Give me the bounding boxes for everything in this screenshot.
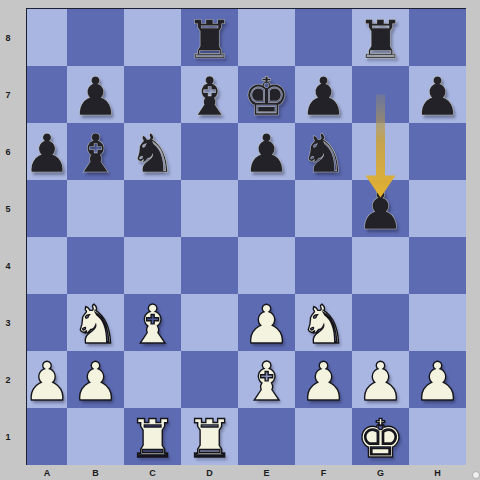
square-f2[interactable]: ♟ xyxy=(295,351,352,408)
square-h5[interactable] xyxy=(409,180,466,237)
piece-black-pawn[interactable]: ♟ xyxy=(243,127,291,180)
piece-white-knight[interactable]: ♞ xyxy=(72,298,120,351)
square-e6[interactable]: ♟ xyxy=(238,123,295,180)
square-f4[interactable] xyxy=(295,237,352,294)
square-e8[interactable] xyxy=(238,9,295,66)
piece-black-pawn[interactable]: ♟ xyxy=(300,70,348,123)
square-a4[interactable] xyxy=(27,237,67,294)
square-f3[interactable]: ♞ xyxy=(295,294,352,351)
square-g6[interactable] xyxy=(352,123,409,180)
square-g5[interactable]: ♟ xyxy=(352,180,409,237)
piece-white-knight[interactable]: ♞ xyxy=(300,298,348,351)
chess-board: ♜♜♟♝♚♟♟♟♝♞♟♞♟♞♝♟♞♟♟♝♟♟♟♜♜♚ xyxy=(26,8,466,465)
square-h4[interactable] xyxy=(409,237,466,294)
piece-black-knight[interactable]: ♞ xyxy=(300,127,348,180)
square-f1[interactable] xyxy=(295,408,352,465)
square-h1[interactable] xyxy=(409,408,466,465)
piece-white-pawn[interactable]: ♟ xyxy=(357,355,405,408)
square-c5[interactable] xyxy=(124,180,181,237)
piece-black-pawn[interactable]: ♟ xyxy=(357,184,405,237)
square-c1[interactable]: ♜ xyxy=(124,408,181,465)
square-f8[interactable] xyxy=(295,9,352,66)
square-c8[interactable] xyxy=(124,9,181,66)
square-h7[interactable]: ♟ xyxy=(409,66,466,123)
piece-black-bishop[interactable]: ♝ xyxy=(72,127,120,180)
piece-black-knight[interactable]: ♞ xyxy=(129,127,177,180)
square-b5[interactable] xyxy=(67,180,124,237)
piece-white-rook[interactable]: ♜ xyxy=(129,412,177,465)
rank-label-5: 5 xyxy=(5,204,10,213)
square-h8[interactable] xyxy=(409,9,466,66)
chess-gui: ♜♜♟♝♚♟♟♟♝♞♟♞♟♞♝♟♞♟♟♝♟♟♟♜♜♚ 87654321ABCDE… xyxy=(0,0,480,480)
square-d3[interactable] xyxy=(181,294,238,351)
piece-white-pawn[interactable]: ♟ xyxy=(72,355,120,408)
square-g4[interactable] xyxy=(352,237,409,294)
square-d5[interactable] xyxy=(181,180,238,237)
square-c3[interactable]: ♝ xyxy=(124,294,181,351)
rank-label-6: 6 xyxy=(5,147,10,156)
square-c6[interactable]: ♞ xyxy=(124,123,181,180)
rank-label-2: 2 xyxy=(5,375,10,384)
square-c7[interactable] xyxy=(124,66,181,123)
square-f6[interactable]: ♞ xyxy=(295,123,352,180)
square-a1[interactable] xyxy=(27,408,67,465)
piece-white-pawn[interactable]: ♟ xyxy=(300,355,348,408)
square-d8[interactable]: ♜ xyxy=(181,9,238,66)
square-f7[interactable]: ♟ xyxy=(295,66,352,123)
rank-label-8: 8 xyxy=(5,33,10,42)
square-f5[interactable] xyxy=(295,180,352,237)
square-d1[interactable]: ♜ xyxy=(181,408,238,465)
piece-white-king[interactable]: ♚ xyxy=(357,412,405,465)
square-b8[interactable] xyxy=(67,9,124,66)
piece-black-king[interactable]: ♚ xyxy=(243,70,291,123)
square-d2[interactable] xyxy=(181,351,238,408)
square-h2[interactable]: ♟ xyxy=(409,351,466,408)
file-label-a: A xyxy=(44,469,51,478)
square-b3[interactable]: ♞ xyxy=(67,294,124,351)
square-a7[interactable] xyxy=(27,66,67,123)
square-e3[interactable]: ♟ xyxy=(238,294,295,351)
file-label-d: D xyxy=(206,469,213,478)
piece-white-pawn[interactable]: ♟ xyxy=(23,355,71,408)
square-d7[interactable]: ♝ xyxy=(181,66,238,123)
rank-label-3: 3 xyxy=(5,318,10,327)
square-g1[interactable]: ♚ xyxy=(352,408,409,465)
file-label-c: C xyxy=(149,469,156,478)
square-b6[interactable]: ♝ xyxy=(67,123,124,180)
square-a5[interactable] xyxy=(27,180,67,237)
square-g7[interactable] xyxy=(352,66,409,123)
rank-label-1: 1 xyxy=(5,432,10,441)
square-g2[interactable]: ♟ xyxy=(352,351,409,408)
piece-white-pawn[interactable]: ♟ xyxy=(414,355,462,408)
square-h6[interactable] xyxy=(409,123,466,180)
file-label-f: F xyxy=(321,469,327,478)
square-g3[interactable] xyxy=(352,294,409,351)
square-b4[interactable] xyxy=(67,237,124,294)
piece-black-bishop[interactable]: ♝ xyxy=(186,70,234,123)
piece-black-pawn[interactable]: ♟ xyxy=(23,127,71,180)
square-e2[interactable]: ♝ xyxy=(238,351,295,408)
piece-black-pawn[interactable]: ♟ xyxy=(414,70,462,123)
square-a8[interactable] xyxy=(27,9,67,66)
rank-label-7: 7 xyxy=(5,90,10,99)
file-label-h: H xyxy=(434,469,441,478)
piece-white-bishop[interactable]: ♝ xyxy=(243,355,291,408)
file-label-b: B xyxy=(92,469,99,478)
piece-white-rook[interactable]: ♜ xyxy=(186,412,234,465)
piece-white-pawn[interactable]: ♟ xyxy=(243,298,291,351)
square-e1[interactable] xyxy=(238,408,295,465)
square-e5[interactable] xyxy=(238,180,295,237)
square-d6[interactable] xyxy=(181,123,238,180)
rank-label-4: 4 xyxy=(5,261,10,270)
square-h3[interactable] xyxy=(409,294,466,351)
file-label-e: E xyxy=(263,469,269,478)
square-a2[interactable]: ♟ xyxy=(27,351,67,408)
piece-black-rook[interactable]: ♜ xyxy=(357,13,405,66)
square-a6[interactable]: ♟ xyxy=(27,123,67,180)
square-e7[interactable]: ♚ xyxy=(238,66,295,123)
square-e4[interactable] xyxy=(238,237,295,294)
square-g8[interactable]: ♜ xyxy=(352,9,409,66)
square-b2[interactable]: ♟ xyxy=(67,351,124,408)
square-d4[interactable] xyxy=(181,237,238,294)
square-a3[interactable] xyxy=(27,294,67,351)
piece-black-pawn[interactable]: ♟ xyxy=(72,70,120,123)
corner-dot-icon xyxy=(472,471,480,479)
square-c2[interactable] xyxy=(124,351,181,408)
piece-white-bishop[interactable]: ♝ xyxy=(129,298,177,351)
square-c4[interactable] xyxy=(124,237,181,294)
square-b1[interactable] xyxy=(67,408,124,465)
piece-black-rook[interactable]: ♜ xyxy=(186,13,234,66)
square-b7[interactable]: ♟ xyxy=(67,66,124,123)
file-label-g: G xyxy=(377,469,384,478)
